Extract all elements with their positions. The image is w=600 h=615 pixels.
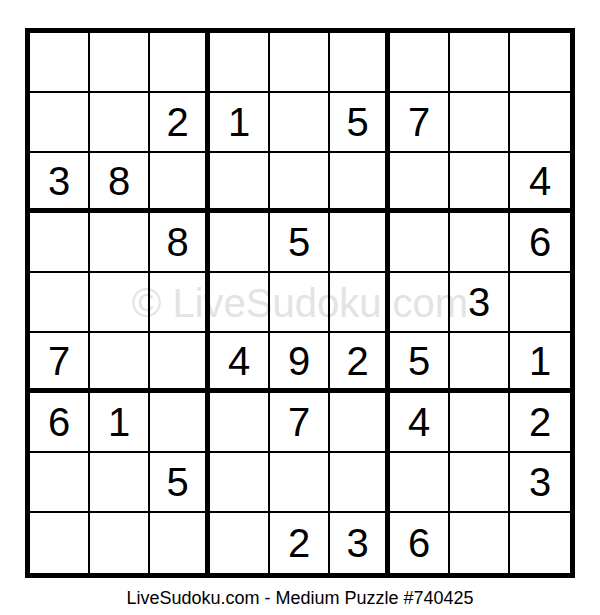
cell-r3c1[interactable]: 3: [30, 153, 90, 213]
cell-r2c8[interactable]: [450, 93, 510, 153]
cell-r6c8[interactable]: [450, 333, 510, 393]
cell-r3c3[interactable]: [150, 153, 210, 213]
cell-r3c7[interactable]: [390, 153, 450, 213]
sudoku-board: © LiveSudoku.com 21573848563749251617425…: [25, 28, 575, 578]
cell-r9c4[interactable]: [210, 513, 270, 573]
cell-r1c7[interactable]: [390, 33, 450, 93]
cell-r1c4[interactable]: [210, 33, 270, 93]
cell-r3c4[interactable]: [210, 153, 270, 213]
cell-r2c1[interactable]: [30, 93, 90, 153]
cell-r5c6[interactable]: [330, 273, 390, 333]
cell-r6c7[interactable]: 5: [390, 333, 450, 393]
cell-r9c3[interactable]: [150, 513, 210, 573]
cell-r7c7[interactable]: 4: [390, 393, 450, 453]
cell-r8c5[interactable]: [270, 453, 330, 513]
cell-r8c1[interactable]: [30, 453, 90, 513]
cell-r4c7[interactable]: [390, 213, 450, 273]
cell-r4c3[interactable]: 8: [150, 213, 210, 273]
cell-r3c9[interactable]: 4: [510, 153, 570, 213]
cell-r6c5[interactable]: 9: [270, 333, 330, 393]
cell-r6c2[interactable]: [90, 333, 150, 393]
cell-r5c7[interactable]: [390, 273, 450, 333]
cell-r5c1[interactable]: [30, 273, 90, 333]
cell-r6c4[interactable]: 4: [210, 333, 270, 393]
cell-r1c9[interactable]: [510, 33, 570, 93]
cell-r2c6[interactable]: 5: [330, 93, 390, 153]
cell-r3c6[interactable]: [330, 153, 390, 213]
cell-r7c9[interactable]: 2: [510, 393, 570, 453]
cell-r5c5[interactable]: [270, 273, 330, 333]
cell-r4c8[interactable]: [450, 213, 510, 273]
cell-r9c7[interactable]: 6: [390, 513, 450, 573]
cell-r2c3[interactable]: 2: [150, 93, 210, 153]
cell-r7c3[interactable]: [150, 393, 210, 453]
cell-r2c5[interactable]: [270, 93, 330, 153]
cell-r8c4[interactable]: [210, 453, 270, 513]
cell-r5c8[interactable]: 3: [450, 273, 510, 333]
cell-r1c3[interactable]: [150, 33, 210, 93]
cell-r8c7[interactable]: [390, 453, 450, 513]
cell-r1c5[interactable]: [270, 33, 330, 93]
cell-r6c6[interactable]: 2: [330, 333, 390, 393]
cell-r2c2[interactable]: [90, 93, 150, 153]
cell-r5c3[interactable]: [150, 273, 210, 333]
cell-r4c5[interactable]: 5: [270, 213, 330, 273]
cell-r5c2[interactable]: [90, 273, 150, 333]
sudoku-page: © LiveSudoku.com 21573848563749251617425…: [0, 28, 600, 615]
cell-r1c6[interactable]: [330, 33, 390, 93]
cell-r7c6[interactable]: [330, 393, 390, 453]
caption: LiveSudoku.com - Medium Puzzle #740425: [0, 588, 600, 609]
cell-r5c9[interactable]: [510, 273, 570, 333]
cell-r5c4[interactable]: [210, 273, 270, 333]
cell-r8c8[interactable]: [450, 453, 510, 513]
cell-r6c3[interactable]: [150, 333, 210, 393]
cell-r9c2[interactable]: [90, 513, 150, 573]
cell-r4c6[interactable]: [330, 213, 390, 273]
cell-r8c6[interactable]: [330, 453, 390, 513]
cell-r7c5[interactable]: 7: [270, 393, 330, 453]
cell-r1c8[interactable]: [450, 33, 510, 93]
cell-r2c4[interactable]: 1: [210, 93, 270, 153]
cell-r7c2[interactable]: 1: [90, 393, 150, 453]
cell-r9c8[interactable]: [450, 513, 510, 573]
cell-r4c2[interactable]: [90, 213, 150, 273]
cell-r2c9[interactable]: [510, 93, 570, 153]
cell-r9c1[interactable]: [30, 513, 90, 573]
cell-r4c9[interactable]: 6: [510, 213, 570, 273]
cell-r1c1[interactable]: [30, 33, 90, 93]
cell-r7c1[interactable]: 6: [30, 393, 90, 453]
cell-r8c3[interactable]: 5: [150, 453, 210, 513]
cell-r9c9[interactable]: [510, 513, 570, 573]
cell-r4c1[interactable]: [30, 213, 90, 273]
cell-r7c4[interactable]: [210, 393, 270, 453]
cell-r4c4[interactable]: [210, 213, 270, 273]
cell-r9c6[interactable]: 3: [330, 513, 390, 573]
cell-r6c9[interactable]: 1: [510, 333, 570, 393]
cell-r3c5[interactable]: [270, 153, 330, 213]
cell-r9c5[interactable]: 2: [270, 513, 330, 573]
cell-r8c2[interactable]: [90, 453, 150, 513]
cell-r3c8[interactable]: [450, 153, 510, 213]
cell-r3c2[interactable]: 8: [90, 153, 150, 213]
cell-r7c8[interactable]: [450, 393, 510, 453]
cell-r6c1[interactable]: 7: [30, 333, 90, 393]
cell-r1c2[interactable]: [90, 33, 150, 93]
cell-r2c7[interactable]: 7: [390, 93, 450, 153]
cell-r8c9[interactable]: 3: [510, 453, 570, 513]
